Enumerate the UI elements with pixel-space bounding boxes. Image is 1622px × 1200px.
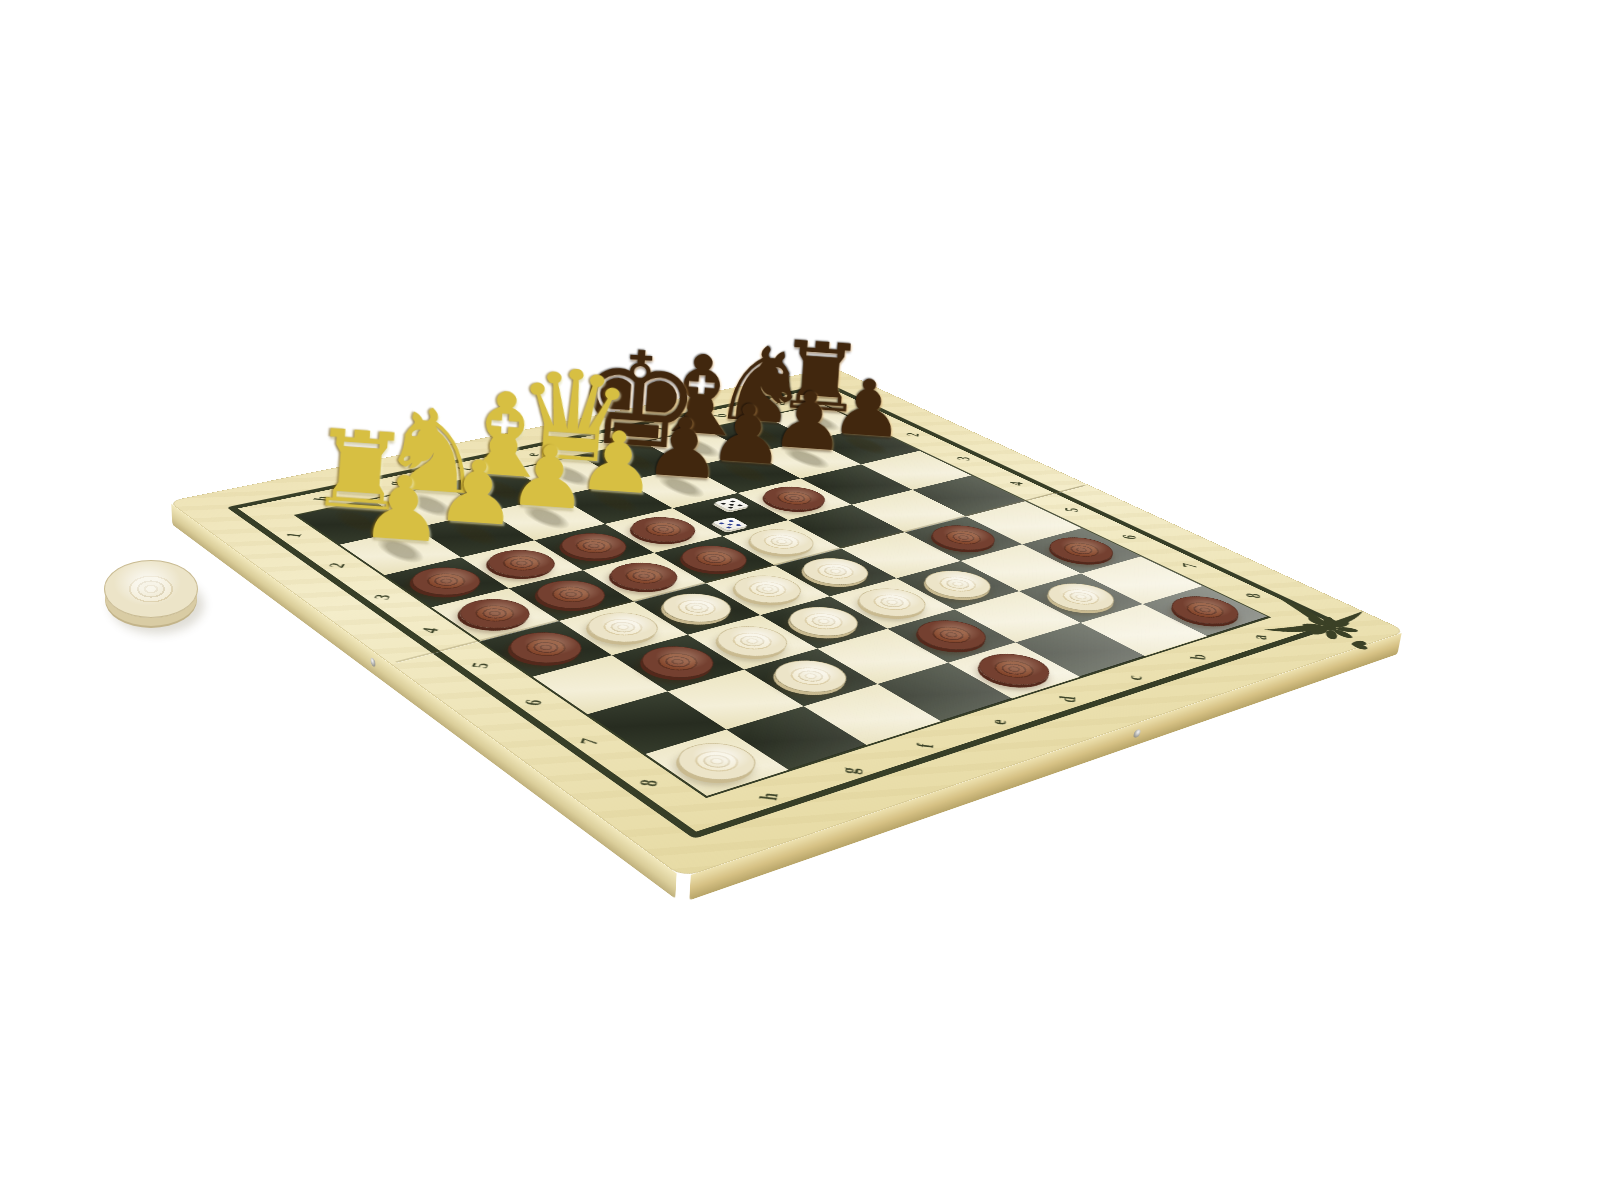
off-board-checker-light: [104, 560, 198, 618]
die-pip: [727, 523, 734, 525]
die-pip: [720, 502, 726, 504]
hinge-screw: [1133, 728, 1141, 738]
hinge-screw: [370, 656, 375, 667]
die-pip: [730, 500, 736, 502]
die-pip: [735, 524, 742, 526]
die-pip: [728, 520, 734, 522]
product-photo-scene: 1122334455667788aabbccddeeffgghh: [0, 0, 1622, 1200]
die-pip: [737, 504, 743, 506]
folding-game-board: 1122334455667788aabbccddeeffgghh: [168, 368, 1407, 878]
die-pip: [718, 522, 725, 524]
pawn-glyph: ♟: [294, 460, 513, 559]
die-pip: [727, 506, 733, 508]
die-pip: [729, 503, 735, 505]
die-pip: [726, 526, 733, 528]
board-top-surface: 1122334455667788aabbccddeeffgghh: [168, 368, 1407, 878]
